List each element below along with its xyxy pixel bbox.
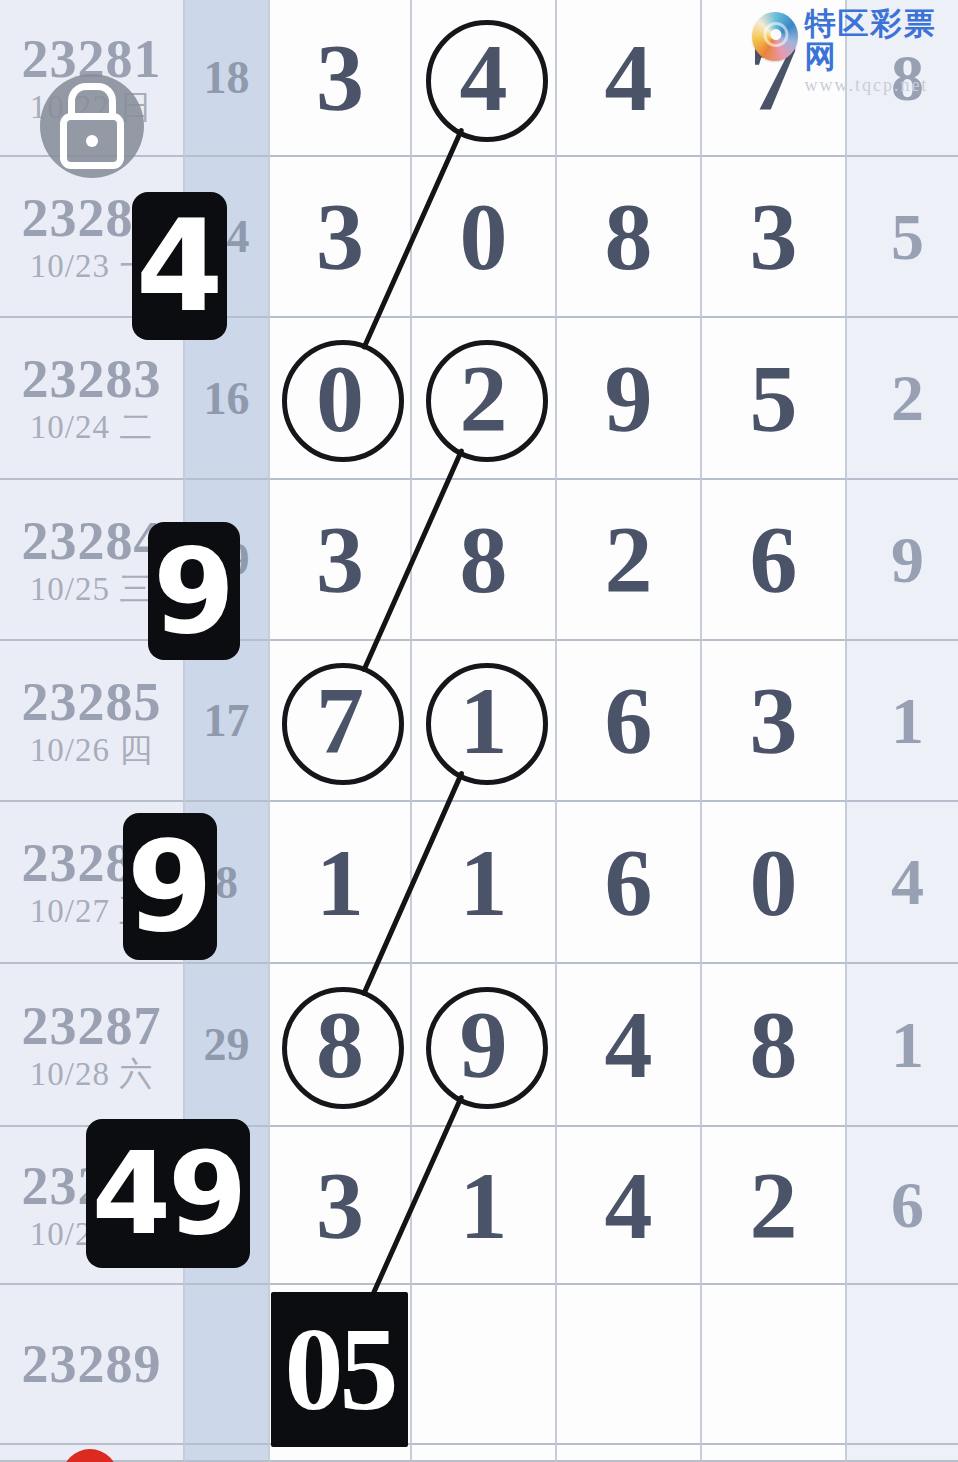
prediction-badge: 05	[271, 1292, 408, 1447]
draw-number: 23283	[22, 351, 162, 408]
digit-value: 1	[316, 827, 364, 938]
draw-date: 10/24 二	[30, 410, 153, 445]
digit-cell: 0	[270, 318, 412, 480]
sum-value: 18	[204, 51, 250, 104]
draw-number: 23289	[22, 1336, 162, 1393]
prediction-badge: 49	[86, 1119, 250, 1268]
digit-cell	[847, 1445, 958, 1462]
digit-value: 6	[750, 504, 798, 615]
digit-cell: 0	[702, 802, 847, 964]
digit-cell: 1	[412, 802, 557, 964]
digit-cell: 3	[270, 157, 412, 318]
lottery-trend-page: 2328110/22 日18344782328210/23 一143083523…	[0, 0, 958, 1462]
digit-cell: 4	[557, 1127, 702, 1285]
digit-value: 6	[891, 1167, 924, 1243]
digit-cell: 4	[557, 964, 702, 1127]
digit-cell	[847, 1285, 958, 1445]
digit-cell: 2	[847, 318, 958, 480]
sum-cell: 17	[185, 641, 270, 802]
digit-value: 1	[460, 1150, 508, 1261]
digit-cell: 6	[557, 802, 702, 964]
lock-body-icon	[60, 113, 124, 169]
prediction-badge: 4	[132, 192, 227, 340]
digit-cell: 1	[847, 964, 958, 1127]
digit-value: 4	[605, 1150, 653, 1261]
digit-value: 5	[750, 343, 798, 454]
digit-cell	[412, 1445, 557, 1462]
draw-date: 10/26 四	[30, 733, 153, 768]
digit-value: 2	[460, 343, 508, 454]
digit-value: 6	[605, 665, 653, 776]
sum-value: 17	[204, 694, 250, 747]
digit-cell	[412, 1285, 557, 1445]
draw-number: 23285	[22, 674, 162, 731]
digit-cell	[702, 1285, 847, 1445]
digit-value: 1	[891, 1007, 924, 1083]
digit-cell: 6	[557, 641, 702, 802]
digit-cell: 0	[412, 157, 557, 318]
digit-cell: 4	[412, 0, 557, 157]
draw-label-cell: 2328310/24 二	[0, 318, 185, 480]
digit-value: 3	[750, 665, 798, 776]
digit-cell: 8	[557, 157, 702, 318]
digit-cell: 4	[847, 802, 958, 964]
digit-value: 4	[891, 844, 924, 920]
digit-cell: 7	[270, 641, 412, 802]
sum-cell: 16	[185, 318, 270, 480]
digit-value: 2	[891, 360, 924, 436]
digit-cell: 6	[847, 1127, 958, 1285]
digit-value: 3	[316, 1150, 364, 1261]
digit-cell: 3	[270, 1127, 412, 1285]
digit-value: 5	[891, 199, 924, 275]
digit-cell: 6	[702, 480, 847, 641]
digit-value: 2	[605, 504, 653, 615]
digit-cell: 1	[412, 641, 557, 802]
digit-value: 3	[316, 181, 364, 292]
digit-cell: 3	[270, 480, 412, 641]
draw-label-cell: 2328510/26 四	[0, 641, 185, 802]
digit-cell	[270, 1445, 412, 1462]
sum-value: 8	[215, 856, 238, 909]
sum-value: 29	[204, 1018, 250, 1071]
digit-cell: 1	[847, 641, 958, 802]
lock-icon[interactable]	[40, 74, 144, 178]
digit-value: 3	[316, 504, 364, 615]
digit-value: 8	[316, 989, 364, 1100]
digit-cell: 9	[847, 480, 958, 641]
digit-cell: 5	[847, 157, 958, 318]
digit-cell: 4	[557, 0, 702, 157]
digit-cell	[557, 1285, 702, 1445]
draw-date: 10/28 六	[30, 1057, 153, 1092]
draw-label-cell: 2328710/28 六	[0, 964, 185, 1127]
digit-value: 1	[460, 665, 508, 776]
digit-value: 8	[750, 989, 798, 1100]
site-name: 特区彩票网	[805, 8, 958, 73]
digit-cell	[557, 1445, 702, 1462]
lock-shackle-icon	[68, 83, 116, 116]
digit-cell: 2	[702, 1127, 847, 1285]
digit-value: 0	[316, 343, 364, 454]
digit-value: 6	[605, 827, 653, 938]
digit-value: 8	[460, 504, 508, 615]
digit-cell: 3	[702, 641, 847, 802]
digit-value: 9	[891, 522, 924, 598]
digit-value: 3	[750, 181, 798, 292]
digit-value: 2	[750, 1150, 798, 1261]
draw-label-cell: 23289	[0, 1285, 185, 1445]
digit-value: 9	[460, 989, 508, 1100]
draw-date: 10/25 三	[30, 572, 153, 607]
digit-value: 8	[605, 181, 653, 292]
prediction-badge: 9	[148, 522, 240, 660]
digit-cell: 9	[412, 964, 557, 1127]
sum-cell: 29	[185, 964, 270, 1127]
digit-cell: 2	[557, 480, 702, 641]
sum-cell	[185, 1285, 270, 1445]
digit-cell	[702, 1445, 847, 1462]
digit-cell: 3	[270, 0, 412, 157]
site-logo[interactable]: 特区彩票网 www.tqcp.net	[752, 8, 958, 96]
digit-value: 4	[605, 22, 653, 133]
digit-cell: 8	[412, 480, 557, 641]
digit-value: 0	[750, 827, 798, 938]
sum-cell	[185, 1445, 270, 1462]
digit-cell: 1	[412, 1127, 557, 1285]
digit-cell: 8	[702, 964, 847, 1127]
digit-cell: 8	[270, 964, 412, 1127]
digit-value: 9	[605, 343, 653, 454]
prediction-badge: 9	[123, 813, 217, 960]
digit-cell: 2	[412, 318, 557, 480]
digit-value: 7	[316, 665, 364, 776]
digit-cell: 9	[557, 318, 702, 480]
digit-value: 1	[460, 827, 508, 938]
digit-cell: 1	[270, 802, 412, 964]
sum-cell: 18	[185, 0, 270, 157]
logo-swirl-icon	[752, 12, 798, 61]
digit-value: 3	[316, 22, 364, 133]
digit-cell: 3	[702, 157, 847, 318]
digit-value: 4	[460, 22, 508, 133]
site-watermark: www.tqcp.net	[805, 75, 958, 96]
draw-number: 23284	[22, 513, 162, 570]
sum-value: 16	[204, 372, 250, 425]
digit-value: 4	[605, 989, 653, 1100]
digit-value: 0	[460, 181, 508, 292]
digit-cell: 5	[702, 318, 847, 480]
digit-value: 1	[891, 683, 924, 759]
draw-number: 23287	[22, 998, 162, 1055]
